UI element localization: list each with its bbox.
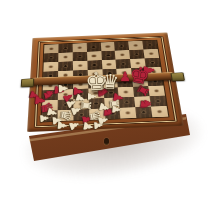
square-dot [125, 101, 129, 103]
standing-piece-red-king[interactable]: ♚ [128, 63, 151, 88]
square-dot [78, 55, 81, 57]
brass-hinge-right-icon [170, 72, 185, 81]
scattered-piece[interactable]: ♞ [138, 97, 154, 112]
square-dot [148, 44, 151, 46]
square-dot [50, 48, 53, 50]
square-dot [134, 44, 137, 46]
scattered-piece[interactable]: ♟ [110, 104, 122, 115]
square-dot [142, 111, 146, 113]
square-dot [92, 55, 95, 57]
square-dot [135, 53, 138, 55]
square-dot [92, 46, 95, 48]
square-dot [78, 47, 81, 49]
scattered-piece[interactable]: ♟ [38, 113, 50, 124]
square-dot [64, 47, 67, 49]
square-dot [153, 80, 157, 82]
square-dot [64, 65, 67, 67]
photo-of-folding-chess-set: ♟♟♞♟♛♟♟♞♟♟♞♜♞♟♟♟♛♟♜♛♟♜♟♟♟♟♟♟♟♟♟♟♟♚♛♟♚ [0, 0, 212, 201]
square-dot [107, 54, 110, 56]
square-dot [78, 64, 81, 66]
square-dot [150, 53, 153, 55]
square-dot [120, 45, 123, 47]
square-dot [79, 83, 82, 85]
square-dot [107, 63, 110, 65]
standing-piece-ivory-queen[interactable]: ♛ [101, 71, 120, 92]
square-dot [155, 90, 159, 92]
square-dot [122, 63, 125, 65]
square-dot [158, 110, 162, 112]
square-dot [93, 64, 96, 66]
board-square[interactable] [151, 106, 168, 117]
scattered-piece[interactable]: ♟ [92, 120, 104, 131]
square-dot [106, 46, 109, 48]
square-dot [49, 57, 52, 59]
scattered-piece[interactable]: ♟ [57, 83, 69, 94]
square-dot [49, 66, 52, 68]
square-dot [121, 54, 124, 56]
square-dot [64, 56, 67, 58]
square-dot [126, 112, 130, 114]
brass-hinge-left-icon [21, 78, 35, 87]
square-dot [156, 100, 160, 102]
